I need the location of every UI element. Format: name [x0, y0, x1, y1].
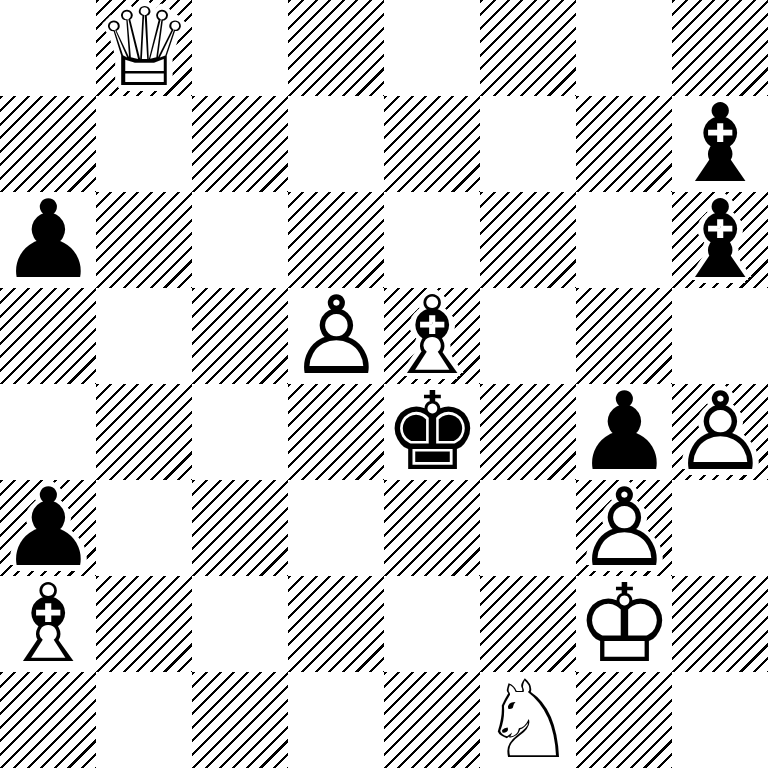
- square-h8[interactable]: [672, 0, 768, 96]
- square-c2[interactable]: [192, 576, 288, 672]
- black-pawn-piece[interactable]: ♟♟: [0, 192, 96, 288]
- piece-glyph: ♘: [480, 672, 576, 768]
- white-pawn-piece[interactable]: ♟♙: [288, 288, 384, 384]
- square-e7[interactable]: [384, 96, 480, 192]
- square-e1[interactable]: [384, 672, 480, 768]
- square-a8[interactable]: [0, 0, 96, 96]
- square-h3[interactable]: [672, 480, 768, 576]
- square-f5[interactable]: [480, 288, 576, 384]
- square-b5[interactable]: [96, 288, 192, 384]
- square-c1[interactable]: [192, 672, 288, 768]
- square-g7[interactable]: [576, 96, 672, 192]
- piece-glyph: ♝: [672, 192, 768, 288]
- square-e8[interactable]: [384, 0, 480, 96]
- white-bishop-piece[interactable]: ♝♗: [384, 288, 480, 384]
- black-bishop-piece[interactable]: ♝♝: [672, 96, 768, 192]
- square-f4[interactable]: [480, 384, 576, 480]
- square-d1[interactable]: [288, 672, 384, 768]
- square-g4[interactable]: ♟♟: [576, 384, 672, 480]
- square-b4[interactable]: [96, 384, 192, 480]
- piece-glyph: ♙: [576, 480, 672, 576]
- square-e6[interactable]: [384, 192, 480, 288]
- white-bishop-piece[interactable]: ♝♗: [0, 576, 96, 672]
- square-f2[interactable]: [480, 576, 576, 672]
- square-e5[interactable]: ♝♗: [384, 288, 480, 384]
- white-pawn-piece[interactable]: ♟♙: [672, 384, 768, 480]
- white-queen-piece[interactable]: ♛♕: [96, 0, 192, 96]
- piece-glyph: ♟: [576, 384, 672, 480]
- square-c3[interactable]: [192, 480, 288, 576]
- square-f1[interactable]: ♞♘: [480, 672, 576, 768]
- square-c4[interactable]: [192, 384, 288, 480]
- square-h6[interactable]: ♝♝: [672, 192, 768, 288]
- square-a3[interactable]: ♟♟: [0, 480, 96, 576]
- square-d4[interactable]: [288, 384, 384, 480]
- square-a6[interactable]: ♟♟: [0, 192, 96, 288]
- square-d6[interactable]: [288, 192, 384, 288]
- piece-glyph: ♝: [672, 96, 768, 192]
- square-h5[interactable]: [672, 288, 768, 384]
- square-e2[interactable]: [384, 576, 480, 672]
- square-d7[interactable]: [288, 96, 384, 192]
- piece-glyph: ♗: [384, 288, 480, 384]
- piece-glyph: ♙: [672, 384, 768, 480]
- square-e4[interactable]: ♚♚: [384, 384, 480, 480]
- square-g5[interactable]: [576, 288, 672, 384]
- square-d2[interactable]: [288, 576, 384, 672]
- square-d3[interactable]: [288, 480, 384, 576]
- square-d5[interactable]: ♟♙: [288, 288, 384, 384]
- square-b1[interactable]: [96, 672, 192, 768]
- square-g1[interactable]: [576, 672, 672, 768]
- square-b3[interactable]: [96, 480, 192, 576]
- square-f7[interactable]: [480, 96, 576, 192]
- black-king-piece[interactable]: ♚♚: [384, 384, 480, 480]
- square-c7[interactable]: [192, 96, 288, 192]
- square-g3[interactable]: ♟♙: [576, 480, 672, 576]
- piece-glyph: ♔: [576, 576, 672, 672]
- square-h2[interactable]: [672, 576, 768, 672]
- square-d8[interactable]: [288, 0, 384, 96]
- square-e3[interactable]: [384, 480, 480, 576]
- square-b6[interactable]: [96, 192, 192, 288]
- piece-glyph: ♚: [384, 384, 480, 480]
- black-bishop-piece[interactable]: ♝♝: [672, 192, 768, 288]
- square-a2[interactable]: ♝♗: [0, 576, 96, 672]
- square-c5[interactable]: [192, 288, 288, 384]
- square-a1[interactable]: [0, 672, 96, 768]
- white-pawn-piece[interactable]: ♟♙: [576, 480, 672, 576]
- square-f8[interactable]: [480, 0, 576, 96]
- square-f6[interactable]: [480, 192, 576, 288]
- square-g8[interactable]: [576, 0, 672, 96]
- square-a5[interactable]: [0, 288, 96, 384]
- piece-glyph: ♟: [0, 192, 96, 288]
- square-g2[interactable]: ♚♔: [576, 576, 672, 672]
- white-knight-piece[interactable]: ♞♘: [480, 672, 576, 768]
- square-h1[interactable]: [672, 672, 768, 768]
- chess-board: ♛♕♝♝♟♟♝♝♟♙♝♗♚♚♟♟♟♙♟♟♟♙♝♗♚♔♞♘: [0, 0, 768, 768]
- square-b2[interactable]: [96, 576, 192, 672]
- piece-glyph: ♙: [288, 288, 384, 384]
- square-f3[interactable]: [480, 480, 576, 576]
- square-a4[interactable]: [0, 384, 96, 480]
- square-b7[interactable]: [96, 96, 192, 192]
- square-h7[interactable]: ♝♝: [672, 96, 768, 192]
- black-pawn-piece[interactable]: ♟♟: [576, 384, 672, 480]
- square-c8[interactable]: [192, 0, 288, 96]
- square-a7[interactable]: [0, 96, 96, 192]
- square-g6[interactable]: [576, 192, 672, 288]
- white-king-piece[interactable]: ♚♔: [576, 576, 672, 672]
- square-h4[interactable]: ♟♙: [672, 384, 768, 480]
- black-pawn-piece[interactable]: ♟♟: [0, 480, 96, 576]
- square-b8[interactable]: ♛♕: [96, 0, 192, 96]
- square-c6[interactable]: [192, 192, 288, 288]
- piece-glyph: ♗: [0, 576, 96, 672]
- piece-glyph: ♟: [0, 480, 96, 576]
- piece-glyph: ♕: [96, 0, 192, 96]
